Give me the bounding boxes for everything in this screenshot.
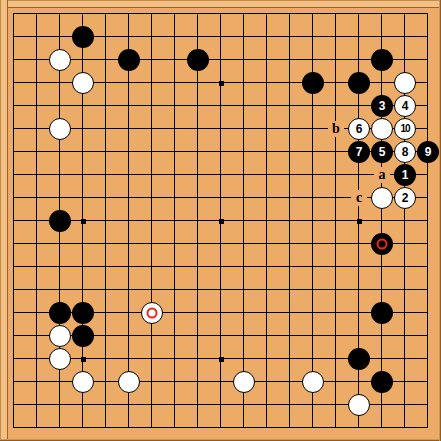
black-stone bbox=[118, 49, 140, 71]
circle-mark-icon bbox=[377, 239, 388, 250]
white-stone bbox=[233, 371, 255, 393]
white-stone bbox=[394, 72, 416, 94]
circle-mark-icon bbox=[147, 308, 158, 319]
board-frame-top bbox=[0, 0, 441, 8]
black-stone bbox=[49, 302, 71, 324]
white-stone bbox=[302, 371, 324, 393]
star-point bbox=[219, 219, 224, 224]
move-number: 1 bbox=[402, 169, 409, 181]
point-label-b: b bbox=[328, 121, 344, 137]
white-stone bbox=[72, 72, 94, 94]
point-label-a: a bbox=[374, 167, 390, 183]
black-stone bbox=[371, 49, 393, 71]
black-stone-move-1: 1 bbox=[394, 164, 416, 186]
star-point bbox=[219, 357, 224, 362]
black-stone-circle-marked bbox=[371, 233, 393, 255]
white-stone-move-6: 6 bbox=[348, 118, 370, 140]
white-stone-move-10: 10 bbox=[394, 118, 416, 140]
star-point bbox=[81, 357, 86, 362]
black-stone bbox=[348, 72, 370, 94]
black-stone bbox=[49, 210, 71, 232]
white-stone bbox=[371, 118, 393, 140]
black-stone-move-7: 7 bbox=[348, 141, 370, 163]
white-stone bbox=[72, 371, 94, 393]
black-stone-move-5: 5 bbox=[371, 141, 393, 163]
move-number: 6 bbox=[356, 123, 363, 135]
white-stone bbox=[118, 371, 140, 393]
black-stone bbox=[72, 325, 94, 347]
move-number: 8 bbox=[402, 146, 409, 158]
star-point bbox=[219, 81, 224, 86]
white-stone bbox=[49, 118, 71, 140]
black-stone bbox=[72, 302, 94, 324]
move-number: 4 bbox=[402, 100, 409, 112]
white-stone-circle-marked bbox=[141, 302, 163, 324]
black-stone bbox=[371, 371, 393, 393]
black-stone bbox=[187, 49, 209, 71]
move-number: 7 bbox=[356, 146, 363, 158]
white-stone-move-2: 2 bbox=[394, 187, 416, 209]
star-point bbox=[357, 219, 362, 224]
move-number: 3 bbox=[379, 100, 386, 112]
move-number: 10 bbox=[400, 124, 409, 134]
white-stone bbox=[348, 394, 370, 416]
white-stone bbox=[49, 49, 71, 71]
black-stone-move-9: 9 bbox=[417, 141, 439, 163]
black-stone bbox=[348, 348, 370, 370]
move-number: 2 bbox=[402, 192, 409, 204]
white-stone bbox=[371, 187, 393, 209]
white-stone bbox=[49, 325, 71, 347]
star-point bbox=[81, 219, 86, 224]
white-stone-move-4: 4 bbox=[394, 95, 416, 117]
move-number: 5 bbox=[379, 146, 386, 158]
black-stone bbox=[72, 26, 94, 48]
black-stone bbox=[302, 72, 324, 94]
white-stone bbox=[49, 348, 71, 370]
point-label-c: c bbox=[351, 190, 367, 206]
move-number: 9 bbox=[425, 146, 432, 158]
board-frame-left bbox=[0, 0, 8, 441]
black-stone bbox=[371, 302, 393, 324]
black-stone-move-3: 3 bbox=[371, 95, 393, 117]
go-board-diagram: 13579246810 abc bbox=[0, 0, 441, 441]
white-stone-move-8: 8 bbox=[394, 141, 416, 163]
